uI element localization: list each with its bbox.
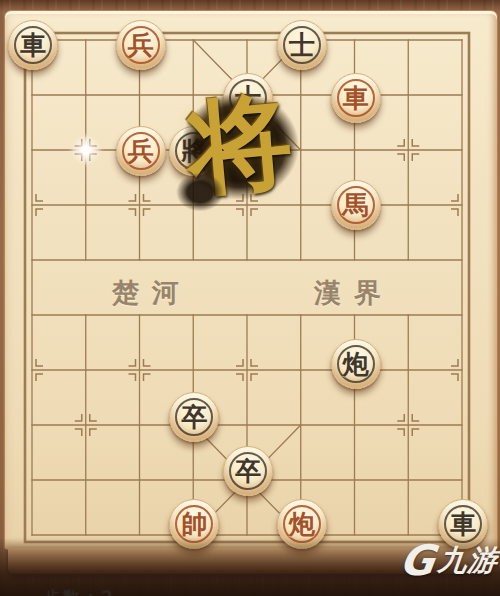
piece-red-chariot[interactable]: 車 (331, 73, 381, 123)
xiangqi-app: 楚河 漢界 車兵士士車兵將馬炮卒卒帥炮車 将 步数：2 G 九游 (0, 0, 500, 596)
check-stamp-character: 将 (154, 63, 327, 228)
piece-black-advisor[interactable]: 士 (277, 20, 327, 70)
piece-character: 馬 (332, 181, 380, 229)
river-label-han: 漢界 (314, 275, 394, 311)
piece-character: 士 (278, 21, 326, 69)
piece-character: 車 (9, 21, 57, 69)
step-counter: 步数：2 (44, 586, 115, 596)
piece-character: 卒 (170, 393, 218, 441)
piece-black-chariot[interactable]: 車 (8, 20, 58, 70)
piece-character: 炮 (332, 340, 380, 388)
last-move-sparkle-icon (67, 131, 105, 169)
piece-character: 卒 (224, 447, 272, 495)
piece-black-cannon[interactable]: 炮 (331, 339, 381, 389)
jiuyou-watermark: G 九游 (400, 540, 498, 582)
jiuyou-logo-icon: G (397, 540, 437, 582)
piece-character: 兵 (117, 127, 165, 175)
check-stamp: 将 (160, 70, 320, 222)
piece-red-soldier[interactable]: 兵 (116, 20, 166, 70)
piece-red-horse[interactable]: 馬 (331, 180, 381, 230)
piece-character: 車 (332, 74, 380, 122)
jiuyou-watermark-text: 九游 (436, 541, 500, 581)
piece-character: 兵 (117, 21, 165, 69)
piece-black-soldier[interactable]: 卒 (223, 446, 273, 496)
piece-black-soldier[interactable]: 卒 (169, 392, 219, 442)
river-label-chu: 楚河 (112, 275, 192, 311)
bottom-overlay: 步数：2 G 九游 (0, 538, 500, 596)
